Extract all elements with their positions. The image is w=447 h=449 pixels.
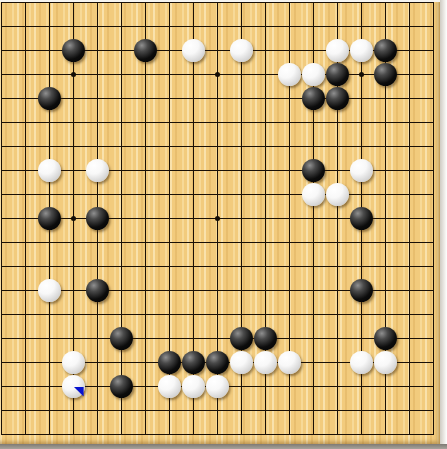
star-point (215, 216, 220, 221)
black-stone (254, 327, 277, 350)
black-stone (374, 63, 397, 86)
white-stone (158, 375, 181, 398)
black-stone (374, 39, 397, 62)
black-stone (38, 87, 61, 110)
window-edge-right (440, 0, 447, 449)
star-point (215, 72, 220, 77)
window-edge-top (0, 0, 447, 2)
white-stone (62, 375, 85, 398)
black-stone (350, 207, 373, 230)
white-stone (254, 351, 277, 374)
black-stone (158, 351, 181, 374)
window-edge-bottom (0, 444, 447, 449)
black-stone (326, 63, 349, 86)
black-stone (350, 279, 373, 302)
black-stone (38, 207, 61, 230)
black-stone (62, 39, 85, 62)
white-stone (278, 351, 301, 374)
go-board[interactable] (0, 0, 441, 445)
black-stone (182, 351, 205, 374)
white-stone (374, 351, 397, 374)
black-stone (374, 327, 397, 350)
black-stone (134, 39, 157, 62)
white-stone (182, 39, 205, 62)
white-stone (302, 183, 325, 206)
black-stone (86, 279, 109, 302)
white-stone (302, 63, 325, 86)
last-move-marker-icon (74, 387, 84, 397)
black-stone (86, 207, 109, 230)
black-stone (230, 327, 253, 350)
white-stone (206, 375, 229, 398)
black-stone (326, 87, 349, 110)
white-stone (230, 39, 253, 62)
white-stone (326, 39, 349, 62)
white-stone (230, 351, 253, 374)
white-stone (350, 159, 373, 182)
star-point (359, 72, 364, 77)
star-point (71, 216, 76, 221)
white-stone (38, 279, 61, 302)
black-stone (110, 375, 133, 398)
white-stone (350, 351, 373, 374)
white-stone (86, 159, 109, 182)
star-point (71, 72, 76, 77)
go-app-window (0, 0, 447, 449)
white-stone (62, 351, 85, 374)
white-stone (38, 159, 61, 182)
white-stone (350, 39, 373, 62)
black-stone (206, 351, 229, 374)
black-stone (302, 87, 325, 110)
black-stone (110, 327, 133, 350)
white-stone (182, 375, 205, 398)
white-stone (278, 63, 301, 86)
black-stone (302, 159, 325, 182)
white-stone (326, 183, 349, 206)
